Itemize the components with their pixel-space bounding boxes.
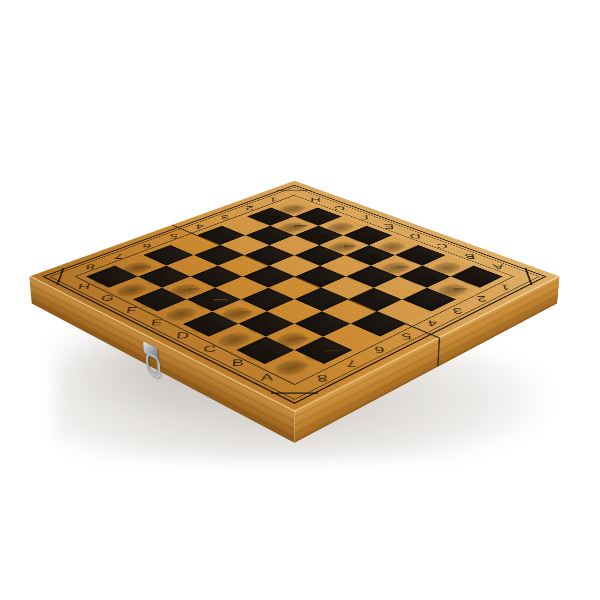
fold-seam-side <box>437 337 441 367</box>
rook-glyph: ♜ <box>267 310 322 371</box>
file-label-near-D: D <box>171 331 194 341</box>
photo-canvas: 8877665544332211HHGGFFEEDDCCBBAA♜♟♞♟♝♟♛♟… <box>0 0 600 600</box>
file-label-near-C: C <box>198 344 221 354</box>
pawn-glyph: ♟ <box>433 247 475 294</box>
file-label-near-H: H <box>73 283 96 292</box>
